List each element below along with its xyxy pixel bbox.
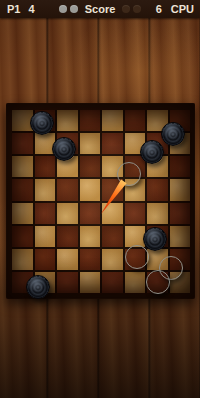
board-square-g4 bbox=[147, 203, 168, 224]
game-screen: P1 4 Score 6 CPU bbox=[0, 0, 200, 398]
board-square-e3 bbox=[102, 226, 123, 247]
cpu-piece-icon bbox=[122, 5, 130, 13]
board-square-a5 bbox=[12, 179, 33, 200]
board-square-a3 bbox=[12, 226, 33, 247]
board-square-d7 bbox=[80, 133, 101, 154]
score-bar: P1 4 Score 6 CPU bbox=[0, 0, 200, 18]
board-square-e8 bbox=[102, 110, 123, 131]
board-square-e4 bbox=[102, 203, 123, 224]
board-square-e2 bbox=[102, 249, 123, 270]
score-center-group: Score bbox=[0, 0, 200, 18]
board-square-a7 bbox=[12, 133, 33, 154]
board-square-a2 bbox=[12, 249, 33, 270]
board-square-c2 bbox=[57, 249, 78, 270]
p1-piece-icon bbox=[59, 5, 67, 13]
board-square-d2 bbox=[80, 249, 101, 270]
board-square-g5 bbox=[147, 179, 168, 200]
board-square-d1 bbox=[80, 272, 101, 293]
black-piece-g7[interactable] bbox=[140, 140, 164, 164]
score-label: Score bbox=[85, 0, 116, 18]
board-square-b4 bbox=[35, 203, 56, 224]
board-square-e1 bbox=[102, 272, 123, 293]
board-square-f8 bbox=[125, 110, 146, 131]
board-square-b5 bbox=[35, 179, 56, 200]
board-square-h6 bbox=[170, 156, 191, 177]
board-square-b3 bbox=[35, 226, 56, 247]
board-square-a6 bbox=[12, 156, 33, 177]
board-square-e5 bbox=[102, 179, 123, 200]
white-piece-g1[interactable] bbox=[146, 270, 170, 294]
board-square-f4 bbox=[125, 203, 146, 224]
black-piece-g3[interactable] bbox=[143, 227, 167, 251]
board-square-d6 bbox=[80, 156, 101, 177]
board-square-d8 bbox=[80, 110, 101, 131]
board-square-c3 bbox=[57, 226, 78, 247]
p1-piece-icon bbox=[70, 5, 78, 13]
white-piece-f2[interactable] bbox=[125, 245, 149, 269]
board-square-d4 bbox=[80, 203, 101, 224]
black-piece-b1[interactable] bbox=[26, 275, 50, 299]
board-square-c1 bbox=[57, 272, 78, 293]
board-square-b6 bbox=[35, 156, 56, 177]
board-square-e7 bbox=[102, 133, 123, 154]
board-square-d3 bbox=[80, 226, 101, 247]
board-square-h3 bbox=[170, 226, 191, 247]
black-piece-b8[interactable] bbox=[30, 111, 54, 135]
white-piece-f6[interactable] bbox=[117, 162, 141, 186]
board-square-h5 bbox=[170, 179, 191, 200]
black-piece-c7[interactable] bbox=[52, 137, 76, 161]
board-square-h4 bbox=[170, 203, 191, 224]
board-square-c5 bbox=[57, 179, 78, 200]
board-square-b2 bbox=[35, 249, 56, 270]
board-square-d5 bbox=[80, 179, 101, 200]
board-square-c4 bbox=[57, 203, 78, 224]
board-square-c8 bbox=[57, 110, 78, 131]
cpu-piece-icon bbox=[133, 5, 141, 13]
board-square-a4 bbox=[12, 203, 33, 224]
black-piece-h7[interactable] bbox=[161, 122, 185, 146]
board-square-f1 bbox=[125, 272, 146, 293]
board-square-f3 bbox=[125, 226, 146, 247]
